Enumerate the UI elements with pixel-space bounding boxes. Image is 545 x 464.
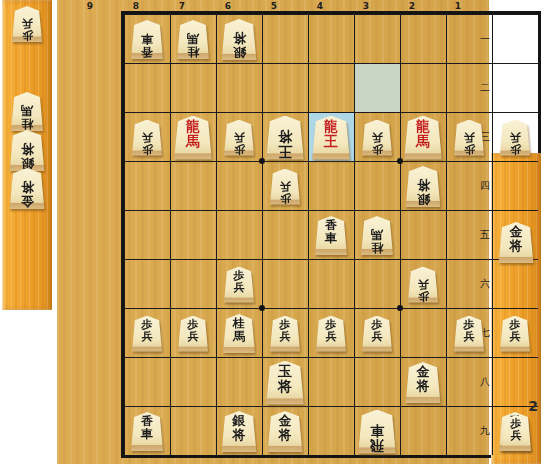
piece-歩兵-sente[interactable]: 歩兵 (131, 316, 163, 352)
piece-kanji: 桂馬 (187, 32, 199, 58)
square-7-8[interactable] (216, 357, 262, 406)
square-9-5[interactable] (124, 210, 170, 259)
square-5-4[interactable] (308, 161, 354, 210)
piece-kanji: 桂馬 (371, 228, 383, 254)
piece-kanji: 桂馬 (233, 317, 245, 343)
piece-kanji: 歩兵 (510, 131, 521, 155)
piece-香車-gote[interactable]: 香車 (130, 20, 164, 59)
square-4-6[interactable] (354, 259, 400, 308)
piece-香車-sente[interactable]: 香車 (130, 412, 164, 451)
piece-kanji: 飛車 (370, 423, 384, 453)
square-9-2[interactable] (124, 63, 170, 112)
square-9-4[interactable] (124, 161, 170, 210)
square-8-9[interactable] (170, 406, 216, 455)
piece-kanji: 龍馬 (416, 119, 430, 149)
gote-captured-tray: 歩兵桂馬銀将金将 (2, 0, 52, 310)
square-6-2[interactable] (262, 63, 308, 112)
piece-kanji: 歩兵 (234, 270, 245, 294)
piece-kanji: 香車 (141, 415, 153, 441)
square-4-1[interactable] (354, 14, 400, 63)
piece-kanji: 銀将 (417, 178, 430, 206)
piece-kanji: 金将 (510, 225, 523, 253)
board-panel: 987654321 香車桂馬銀将歩兵龍馬歩兵王将龍王歩兵龍馬歩兵歩兵歩兵銀将香車… (57, 0, 489, 464)
piece-銀将-gote[interactable]: 銀将 (221, 19, 258, 60)
piece-kanji: 歩兵 (22, 17, 33, 41)
piece-kanji: 歩兵 (142, 319, 153, 343)
square-2-9[interactable] (446, 406, 492, 455)
piece-kanji: 香車 (325, 219, 337, 245)
piece-歩兵-gote[interactable]: 歩兵 (269, 169, 301, 205)
square-3-1[interactable] (400, 14, 446, 63)
square-1-6[interactable] (492, 259, 538, 308)
piece-歩兵-sente[interactable]: 歩兵 (500, 415, 532, 451)
piece-王将-gote[interactable]: 王将 (265, 116, 305, 160)
square-8-2[interactable] (170, 63, 216, 112)
piece-歩兵-sente[interactable]: 歩兵 (177, 316, 209, 352)
piece-kanji: 金将 (417, 365, 430, 393)
piece-kanji: 歩兵 (280, 180, 291, 204)
piece-金将-sente[interactable]: 金将 (405, 362, 442, 403)
square-2-6[interactable] (446, 259, 492, 308)
piece-kanji: 歩兵 (234, 131, 245, 155)
piece-歩兵-gote[interactable]: 歩兵 (499, 120, 531, 156)
piece-歩兵-gote[interactable]: 歩兵 (11, 6, 43, 42)
piece-kanji: 歩兵 (464, 319, 475, 343)
piece-kanji: 桂馬 (21, 104, 33, 130)
piece-歩兵-gote[interactable]: 歩兵 (453, 120, 485, 156)
piece-kanji: 金将 (279, 414, 292, 442)
square-5-6[interactable] (308, 259, 354, 308)
board-grid: 香車桂馬銀将歩兵龍馬歩兵王将龍王歩兵龍馬歩兵歩兵歩兵銀将香車桂馬歩兵歩兵歩兵歩兵… (121, 11, 541, 458)
square-5-1[interactable] (308, 14, 354, 63)
square-6-6[interactable] (262, 259, 308, 308)
piece-龍王-sente[interactable]: 龍王 (311, 116, 351, 160)
hand-piece-count: 2 (528, 398, 538, 414)
piece-歩兵-gote[interactable]: 歩兵 (407, 267, 439, 303)
piece-kanji: 歩兵 (372, 319, 383, 343)
square-2-1[interactable] (446, 14, 492, 63)
square-9-8[interactable] (124, 357, 170, 406)
piece-kanji: 銀将 (233, 414, 246, 442)
square-6-1[interactable] (262, 14, 308, 63)
piece-kanji: 歩兵 (326, 319, 337, 343)
piece-kanji: 銀将 (21, 142, 34, 170)
piece-歩兵-sente[interactable]: 歩兵 (269, 316, 301, 352)
piece-玉将-sente[interactable]: 玉将 (265, 361, 305, 405)
piece-歩兵-gote[interactable]: 歩兵 (361, 120, 393, 156)
piece-kanji: 銀将 (233, 31, 246, 59)
piece-龍馬-sente[interactable]: 龍馬 (173, 116, 213, 160)
square-2-5[interactable] (446, 210, 492, 259)
piece-kanji: 龍王 (324, 119, 338, 149)
square-4-8[interactable] (354, 357, 400, 406)
square-8-4[interactable] (170, 161, 216, 210)
square-1-4[interactable] (492, 161, 538, 210)
piece-銀将-sente[interactable]: 銀将 (221, 411, 258, 452)
square-2-2[interactable] (446, 63, 492, 112)
square-3-5[interactable] (400, 210, 446, 259)
piece-桂馬-gote[interactable]: 桂馬 (10, 92, 44, 131)
square-7-2[interactable] (216, 63, 262, 112)
piece-香車-sente[interactable]: 香車 (314, 216, 348, 255)
square-1-2[interactable] (492, 63, 538, 112)
piece-kanji: 歩兵 (511, 418, 522, 442)
square-1-1[interactable] (492, 14, 538, 63)
square-4-2[interactable] (354, 63, 400, 112)
piece-kanji: 歩兵 (142, 131, 153, 155)
piece-銀将-gote[interactable]: 銀将 (405, 166, 442, 207)
square-6-5[interactable] (262, 210, 308, 259)
piece-桂馬-gote[interactable]: 桂馬 (360, 216, 394, 255)
piece-龍馬-sente[interactable]: 龍馬 (403, 116, 443, 160)
piece-kanji: 香車 (141, 32, 153, 58)
square-5-2[interactable] (308, 63, 354, 112)
piece-桂馬-sente[interactable]: 桂馬 (222, 314, 256, 353)
piece-kanji: 歩兵 (280, 319, 291, 343)
piece-kanji: 玉将 (278, 364, 292, 394)
piece-歩兵-sente[interactable]: 歩兵 (361, 316, 393, 352)
piece-金将-sente[interactable]: 金将 (267, 411, 304, 452)
square-2-4[interactable] (446, 161, 492, 210)
piece-kanji: 歩兵 (510, 319, 521, 343)
piece-歩兵-sente[interactable]: 歩兵 (453, 316, 485, 352)
piece-歩兵-sente[interactable]: 歩兵 (315, 316, 347, 352)
square-3-9[interactable] (400, 406, 446, 455)
piece-歩兵-sente[interactable]: 歩兵 (499, 316, 531, 352)
file-label-9: 9 (67, 0, 113, 13)
piece-kanji: 歩兵 (464, 131, 475, 155)
piece-歩兵-sente[interactable]: 歩兵 (223, 267, 255, 303)
piece-kanji: 歩兵 (188, 319, 199, 343)
piece-歩兵-gote[interactable]: 歩兵 (131, 120, 163, 156)
square-3-2[interactable] (400, 63, 446, 112)
square-7-5[interactable] (216, 210, 262, 259)
piece-桂馬-gote[interactable]: 桂馬 (176, 20, 210, 59)
square-5-8[interactable] (308, 357, 354, 406)
square-4-4[interactable] (354, 161, 400, 210)
piece-kanji: 龍馬 (186, 119, 200, 149)
square-7-4[interactable] (216, 161, 262, 210)
shogi-app: 歩兵桂馬銀将金将 987654321 香車桂馬銀将歩兵龍馬歩兵王将龍王歩兵龍馬歩… (0, 0, 545, 464)
piece-kanji: 歩兵 (372, 131, 383, 155)
piece-飛車-gote[interactable]: 飛車 (357, 410, 397, 454)
square-9-6[interactable] (124, 259, 170, 308)
piece-kanji: 金将 (21, 180, 34, 208)
square-8-5[interactable] (170, 210, 216, 259)
square-3-7[interactable] (400, 308, 446, 357)
piece-金将-gote[interactable]: 金将 (9, 168, 46, 209)
piece-kanji: 歩兵 (418, 278, 429, 302)
piece-銀将-gote[interactable]: 銀将 (9, 130, 46, 171)
piece-歩兵-gote[interactable]: 歩兵 (223, 120, 255, 156)
square-5-9[interactable] (308, 406, 354, 455)
square-8-6[interactable] (170, 259, 216, 308)
piece-金将-sente[interactable]: 金将 (498, 222, 535, 263)
square-2-8[interactable] (446, 357, 492, 406)
square-8-8[interactable] (170, 357, 216, 406)
piece-kanji: 王将 (278, 129, 292, 159)
